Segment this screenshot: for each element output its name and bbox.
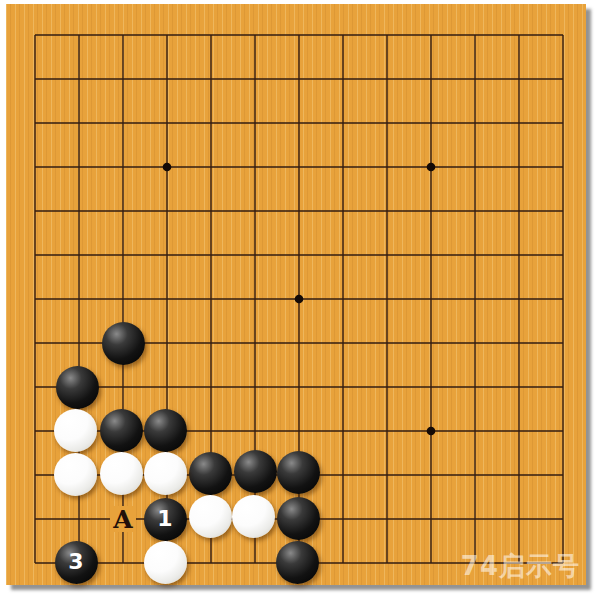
black-stone: [276, 541, 319, 584]
black-stone-move-3: 3: [55, 541, 98, 584]
white-stone: [54, 453, 97, 496]
black-stone: [56, 366, 99, 409]
white-stone: [144, 452, 187, 495]
white-stone: [54, 409, 97, 452]
move-number: 1: [157, 508, 172, 530]
black-stone: [144, 409, 187, 452]
star-point: [163, 163, 172, 172]
watermark-text: 74启示号: [461, 549, 580, 584]
star-point: [427, 163, 436, 172]
black-stone: [277, 497, 320, 540]
white-stone: [232, 495, 275, 538]
go-diagram-page: 74启示号 A13: [0, 0, 600, 600]
black-stone: [100, 409, 143, 452]
point-label-A: A: [110, 506, 136, 532]
star-point: [427, 427, 436, 436]
black-stone: [277, 451, 320, 494]
move-number: 3: [68, 551, 83, 573]
black-stone: [189, 452, 232, 495]
black-stone: [102, 322, 145, 365]
white-stone: [144, 541, 187, 584]
black-stone-move-1: 1: [144, 498, 187, 541]
go-board[interactable]: 74启示号 A13: [6, 4, 586, 585]
black-stone: [234, 450, 277, 493]
white-stone: [100, 452, 143, 495]
white-stone: [189, 495, 232, 538]
star-point: [295, 295, 304, 304]
